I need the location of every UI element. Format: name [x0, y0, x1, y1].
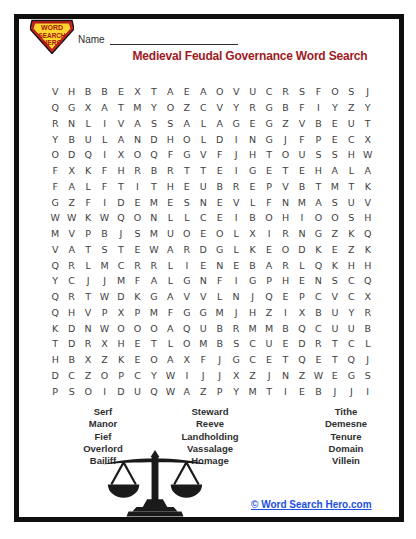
grid-cell: L: [179, 210, 195, 226]
grid-cell: P: [113, 368, 129, 384]
grid-cell: Y: [343, 305, 359, 321]
grid-cell: R: [47, 116, 63, 132]
grid-cell: L: [195, 131, 211, 147]
grid-cell: S: [63, 383, 79, 399]
logo-text-search: SEARCH: [39, 32, 66, 39]
grid-cell: X: [63, 163, 79, 179]
grid-cell: O: [179, 336, 195, 352]
grid-cell: F: [96, 179, 112, 195]
word-list-item: Fief: [53, 431, 153, 443]
grid-cell: R: [228, 320, 244, 336]
grid-cell: R: [129, 163, 145, 179]
grid-cell: H: [113, 163, 129, 179]
grid-cell: U: [195, 320, 211, 336]
grid-cell: R: [80, 336, 96, 352]
grid-cell: Q: [179, 320, 195, 336]
grid-cell: K: [129, 289, 145, 305]
grid-cell: N: [277, 194, 293, 210]
grid-cell: T: [327, 352, 343, 368]
grid-cell: A: [162, 84, 178, 100]
grid-cell: H: [360, 210, 376, 226]
grid-cell: E: [277, 336, 293, 352]
grid-cell: E: [327, 131, 343, 147]
grid-cell: C: [244, 336, 260, 352]
grid-cell: B: [277, 320, 293, 336]
grid-cell: L: [294, 257, 310, 273]
grid-cell: L: [343, 163, 359, 179]
grid-cell: G: [244, 163, 260, 179]
grid-cell: U: [327, 305, 343, 321]
grid-cell: A: [162, 242, 178, 258]
grid-cell: I: [294, 210, 310, 226]
grid-cell: U: [162, 226, 178, 242]
grid-cell: O: [179, 131, 195, 147]
grid-cell: E: [261, 163, 277, 179]
grid-cell: S: [327, 194, 343, 210]
grid-cell: M: [327, 179, 343, 195]
grid-cell: B: [310, 116, 326, 132]
grid-cell: W: [360, 147, 376, 163]
grid-cell: H: [360, 257, 376, 273]
grid-cell: I: [228, 273, 244, 289]
grid-cell: H: [162, 131, 178, 147]
grid-cell: E: [129, 352, 145, 368]
grid-cell: U: [343, 116, 359, 132]
grid-cell: B: [212, 179, 228, 195]
grid-cell: J: [195, 368, 211, 384]
grid-cell: T: [195, 163, 211, 179]
grid-cell: V: [195, 147, 211, 163]
grid-cell: W: [63, 210, 79, 226]
grid-cell: O: [129, 320, 145, 336]
grid-cell: U: [261, 336, 277, 352]
grid-cell: E: [327, 242, 343, 258]
grid-cell: L: [80, 257, 96, 273]
grid-cell: E: [162, 194, 178, 210]
grid-cell: B: [310, 305, 326, 321]
grid-cell: J: [228, 147, 244, 163]
grid-cell: U: [129, 383, 145, 399]
grid-cell: Z: [294, 368, 310, 384]
grid-cell: X: [179, 352, 195, 368]
grid-cell: D: [63, 336, 79, 352]
grid-cell: C: [63, 273, 79, 289]
grid-cell: C: [343, 273, 359, 289]
grid-cell: F: [294, 131, 310, 147]
grid-cell: V: [327, 289, 343, 305]
name-label: Name: [78, 34, 105, 45]
grid-cell: L: [360, 336, 376, 352]
grid-cell: E: [129, 194, 145, 210]
grid-cell: G: [228, 116, 244, 132]
grid-cell: I: [96, 383, 112, 399]
grid-cell: I: [179, 368, 195, 384]
grid-cell: E: [195, 226, 211, 242]
grid-cell: B: [277, 100, 293, 116]
grid-cell: Q: [80, 147, 96, 163]
grid-cell: R: [179, 242, 195, 258]
grid-cell: G: [179, 305, 195, 321]
grid-cell: Z: [80, 368, 96, 384]
grid-cell: N: [212, 257, 228, 273]
grid-cell: I: [360, 383, 376, 399]
grid-cell: D: [212, 131, 228, 147]
grid-cell: R: [310, 336, 326, 352]
grid-cell: L: [228, 242, 244, 258]
grid-cell: V: [47, 242, 63, 258]
grid-cell: J: [360, 84, 376, 100]
grid-cell: E: [244, 116, 260, 132]
grid-cell: J: [212, 352, 228, 368]
grid-cell: M: [195, 336, 211, 352]
grid-cell: K: [47, 320, 63, 336]
grid-cell: M: [129, 100, 145, 116]
grid-cell: H: [310, 163, 326, 179]
grid-cell: Y: [146, 100, 162, 116]
grid-cell: E: [294, 383, 310, 399]
grid-cell: Z: [261, 305, 277, 321]
grid-cell: H: [113, 336, 129, 352]
grid-cell: P: [310, 131, 326, 147]
page-title: Medieval Feudal Governance Word Search: [84, 49, 416, 63]
grid-cell: G: [261, 116, 277, 132]
grid-cell: W: [47, 210, 63, 226]
grid-cell: I: [228, 131, 244, 147]
grid-cell: T: [146, 84, 162, 100]
grid-cell: B: [294, 179, 310, 195]
grid-cell: I: [277, 305, 293, 321]
grid-cell: R: [162, 163, 178, 179]
grid-cell: G: [261, 131, 277, 147]
grid-cell: K: [343, 226, 359, 242]
grid-cell: O: [277, 147, 293, 163]
grid-cell: E: [310, 352, 326, 368]
grid-cell: R: [129, 257, 145, 273]
grid-cell: O: [162, 100, 178, 116]
grid-cell: K: [360, 242, 376, 258]
grid-cell: Z: [179, 100, 195, 116]
grid-cell: V: [47, 84, 63, 100]
grid-cell: D: [113, 194, 129, 210]
grid-cell: B: [63, 352, 79, 368]
grid-cell: Q: [47, 100, 63, 116]
grid-cell: J: [212, 368, 228, 384]
grid-cell: X: [360, 289, 376, 305]
credit-link[interactable]: © Word Search Hero.com: [251, 499, 372, 510]
grid-cell: T: [360, 116, 376, 132]
grid-cell: N: [228, 289, 244, 305]
word-list-item: Landholding: [155, 431, 265, 443]
name-input-line[interactable]: [110, 34, 238, 45]
word-list-item: Demesne: [291, 418, 401, 430]
grid-cell: E: [129, 242, 145, 258]
grid-cell: W: [96, 289, 112, 305]
grid-cell: Y: [327, 100, 343, 116]
grid-cell: S: [96, 242, 112, 258]
grid-cell: O: [179, 226, 195, 242]
grid-cell: T: [47, 336, 63, 352]
grid-cell: A: [179, 383, 195, 399]
grid-cell: H: [63, 305, 79, 321]
grid-cell: D: [113, 383, 129, 399]
grid-cell: A: [129, 116, 145, 132]
grid-cell: L: [80, 179, 96, 195]
grid-cell: C: [261, 84, 277, 100]
grid-cell: A: [146, 273, 162, 289]
grid-cell: O: [146, 352, 162, 368]
grid-cell: I: [310, 100, 326, 116]
grid-cell: L: [80, 116, 96, 132]
grid-cell: E: [129, 336, 145, 352]
grid-cell: R: [63, 257, 79, 273]
word-list-item: Steward: [155, 406, 265, 418]
grid-cell: G: [47, 194, 63, 210]
grid-cell: M: [47, 226, 63, 242]
grid-cell: X: [360, 131, 376, 147]
grid-cell: G: [195, 305, 211, 321]
grid-cell: V: [63, 226, 79, 242]
grid-cell: Q: [113, 210, 129, 226]
grid-cell: F: [212, 147, 228, 163]
grid-cell: S: [360, 368, 376, 384]
grid-cell: O: [80, 383, 96, 399]
grid-cell: P: [80, 226, 96, 242]
word-search-hero-logo: WORD SEARCH HERO: [30, 16, 74, 54]
grid-cell: U: [80, 131, 96, 147]
scales-icon: [101, 450, 209, 517]
grid-cell: Y: [146, 368, 162, 384]
grid-cell: Z: [63, 194, 79, 210]
grid-cell: D: [47, 368, 63, 384]
grid-cell: T: [261, 383, 277, 399]
grid-cell: E: [327, 116, 343, 132]
grid-cell: L: [244, 194, 260, 210]
grid-cell: T: [146, 336, 162, 352]
grid-cell: Q: [310, 257, 326, 273]
grid-cell: C: [343, 131, 359, 147]
grid-cell: A: [162, 289, 178, 305]
grid-cell: M: [244, 320, 260, 336]
grid-cell: F: [310, 84, 326, 100]
grid-cell: V: [113, 116, 129, 132]
grid-cell: A: [162, 320, 178, 336]
grid-cell: I: [96, 147, 112, 163]
grid-cell: S: [343, 84, 359, 100]
grid-cell: R: [360, 305, 376, 321]
grid-cell: Q: [360, 226, 376, 242]
grid-cell: V: [277, 179, 293, 195]
grid-cell: J: [277, 131, 293, 147]
grid-cell: X: [80, 100, 96, 116]
grid-cell: M: [113, 273, 129, 289]
grid-cell: O: [212, 84, 228, 100]
grid-cell: D: [63, 147, 79, 163]
grid-cell: G: [310, 226, 326, 242]
grid-cell: N: [146, 210, 162, 226]
grid-cell: O: [327, 84, 343, 100]
grid-cell: T: [80, 289, 96, 305]
grid-cell: M: [146, 226, 162, 242]
grid-cell: T: [261, 147, 277, 163]
grid-cell: Q: [47, 257, 63, 273]
grid-cell: J: [80, 273, 96, 289]
grid-cell: Q: [294, 352, 310, 368]
grid-cell: T: [277, 352, 293, 368]
grid-cell: W: [96, 320, 112, 336]
grid-cell: E: [294, 273, 310, 289]
grid-cell: E: [244, 179, 260, 195]
grid-cell: T: [310, 179, 326, 195]
grid-cell: O: [47, 147, 63, 163]
grid-cell: G: [179, 273, 195, 289]
word-list-item: Domain: [291, 443, 401, 455]
grid-cell: R: [63, 289, 79, 305]
grid-cell: E: [195, 257, 211, 273]
grid-cell: N: [277, 368, 293, 384]
grid-cell: J: [244, 289, 260, 305]
grid-cell: X: [113, 305, 129, 321]
grid-cell: Q: [47, 289, 63, 305]
grid-cell: Q: [294, 320, 310, 336]
grid-cell: U: [244, 84, 260, 100]
grid-cell: S: [129, 226, 145, 242]
grid-cell: I: [277, 383, 293, 399]
grid-cell: D: [195, 242, 211, 258]
grid-cell: L: [228, 226, 244, 242]
logo-text-word: WORD: [41, 24, 63, 31]
grid-cell: X: [294, 305, 310, 321]
grid-cell: A: [327, 163, 343, 179]
grid-cell: F: [261, 194, 277, 210]
grid-cell: A: [360, 163, 376, 179]
grid-cell: F: [47, 163, 63, 179]
grid-cell: F: [195, 352, 211, 368]
grid-cell: A: [179, 116, 195, 132]
grid-cell: O: [212, 226, 228, 242]
grid-cell: M: [244, 383, 260, 399]
grid-cell: U: [343, 320, 359, 336]
grid-cell: G: [63, 100, 79, 116]
grid-cell: V: [212, 100, 228, 116]
grid-cell: E: [261, 242, 277, 258]
grid-cell: O: [327, 210, 343, 226]
grid-cell: S: [327, 273, 343, 289]
grid-cell: L: [212, 289, 228, 305]
grid-cell: H: [47, 352, 63, 368]
grid-cell: X: [113, 147, 129, 163]
grid-cell: H: [343, 257, 359, 273]
grid-cell: V: [195, 289, 211, 305]
grid-cell: B: [63, 131, 79, 147]
grid-cell: J: [360, 352, 376, 368]
grid-cell: G: [261, 100, 277, 116]
grid-cell: A: [162, 352, 178, 368]
grid-cell: O: [96, 368, 112, 384]
grid-cell: M: [146, 194, 162, 210]
grid-cell: J: [228, 305, 244, 321]
grid-cell: Y: [47, 273, 63, 289]
grid-cell: E: [261, 352, 277, 368]
grid-cell: A: [63, 242, 79, 258]
grid-cell: C: [63, 368, 79, 384]
grid-cell: P: [261, 179, 277, 195]
grid-cell: J: [261, 368, 277, 384]
grid-cell: R: [277, 257, 293, 273]
grid-cell: N: [294, 226, 310, 242]
grid-cell: B: [146, 163, 162, 179]
grid-cell: W: [162, 368, 178, 384]
grid-cell: N: [244, 131, 260, 147]
grid-cell: R: [244, 100, 260, 116]
grid-cell: T: [277, 163, 293, 179]
grid-cell: M: [294, 194, 310, 210]
grid-cell: Y: [360, 100, 376, 116]
grid-cell: I: [129, 179, 145, 195]
grid-cell: F: [96, 163, 112, 179]
grid-cell: T: [327, 336, 343, 352]
grid-cell: C: [310, 320, 326, 336]
grid-cell: C: [195, 210, 211, 226]
grid-cell: O: [113, 320, 129, 336]
grid-cell: M: [261, 320, 277, 336]
grid-cell: E: [294, 163, 310, 179]
grid-cell: J: [343, 383, 359, 399]
grid-cell: O: [310, 210, 326, 226]
grid-cell: P: [212, 383, 228, 399]
grid-cell: R: [277, 226, 293, 242]
grid-cell: B: [96, 84, 112, 100]
grid-cell: V: [228, 84, 244, 100]
grid-cell: B: [310, 383, 326, 399]
word-list-item: Villein: [291, 455, 401, 467]
grid-cell: C: [195, 100, 211, 116]
grid-cell: C: [310, 289, 326, 305]
word-list-column-3: TitheDemesneTenureDomainVillein: [291, 406, 401, 467]
grid-cell: N: [129, 131, 145, 147]
grid-cell: C: [343, 289, 359, 305]
grid-cell: L: [96, 131, 112, 147]
grid-cell: Z: [244, 368, 260, 384]
grid-cell: D: [113, 289, 129, 305]
grid-cell: G: [179, 147, 195, 163]
grid-cell: T: [113, 179, 129, 195]
grid-cell: P: [47, 383, 63, 399]
grid-cell: X: [244, 226, 260, 242]
grid-cell: B: [244, 210, 260, 226]
grid-cell: P: [129, 305, 145, 321]
grid-cell: Y: [228, 100, 244, 116]
grid-cell: E: [212, 194, 228, 210]
grid-cell: C: [129, 368, 145, 384]
grid-cell: O: [261, 210, 277, 226]
grid-cell: D: [294, 336, 310, 352]
grid-cell: G: [228, 352, 244, 368]
grid-cell: N: [310, 273, 326, 289]
grid-cell: E: [113, 84, 129, 100]
grid-cell: C: [113, 257, 129, 273]
grid-cell: A: [310, 194, 326, 210]
grid-cell: M: [212, 305, 228, 321]
grid-cell: Z: [327, 226, 343, 242]
grid-cell: L: [162, 210, 178, 226]
grid-cell: H: [244, 147, 260, 163]
grid-cell: K: [360, 179, 376, 195]
grid-cell: A: [113, 131, 129, 147]
grid-cell: F: [162, 147, 178, 163]
grid-cell: I: [179, 257, 195, 273]
grid-cell: D: [63, 320, 79, 336]
grid-cell: W: [146, 242, 162, 258]
